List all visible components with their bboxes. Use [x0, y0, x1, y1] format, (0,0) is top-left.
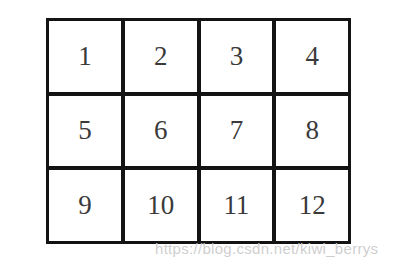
diagram-canvas: 1 2 3 4 5 6 7 8 9 10 11 12 https://blog.…	[0, 0, 398, 265]
grid-cell-r3c2: 10	[125, 170, 197, 241]
grid-cell-r3c1: 9	[49, 170, 121, 241]
grid-cell-r1c1: 1	[49, 21, 121, 92]
grid-cell-r3c3: 11	[201, 170, 273, 241]
grid-cell-r1c4: 4	[276, 21, 348, 92]
grid-cell-r2c2: 6	[125, 96, 197, 167]
grid-cell-r3c4: 12	[276, 170, 348, 241]
grid-cell-r2c3: 7	[201, 96, 273, 167]
grid-cell-r1c2: 2	[125, 21, 197, 92]
grid-cell-r2c1: 5	[49, 96, 121, 167]
grid-cell-r2c4: 8	[276, 96, 348, 167]
number-grid-board: 1 2 3 4 5 6 7 8 9 10 11 12	[46, 18, 351, 244]
grid-cell-r1c3: 3	[201, 21, 273, 92]
